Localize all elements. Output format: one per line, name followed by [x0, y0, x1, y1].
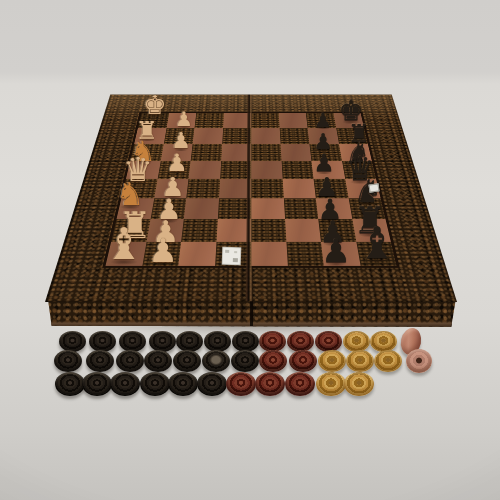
draughts-piece-maroon[interactable]	[287, 331, 314, 352]
board-square[interactable]	[251, 161, 282, 179]
lot-sticker-mark	[234, 251, 237, 253]
draughts-piece-black[interactable]	[232, 331, 259, 352]
board-square[interactable]	[178, 241, 216, 265]
draughts-piece-maroon[interactable]	[289, 350, 317, 372]
black-bishop[interactable]: ♝	[357, 221, 396, 265]
board-square[interactable]	[279, 128, 309, 144]
lot-sticker-mark	[233, 258, 238, 262]
draughts-piece-pinkhole[interactable]	[406, 349, 432, 373]
board-square[interactable]	[251, 144, 281, 161]
carved-box-front-face	[45, 301, 457, 329]
black-pawn[interactable]: ♟	[321, 234, 351, 267]
draughts-piece-maroon[interactable]	[315, 331, 342, 352]
board-square[interactable]	[251, 241, 287, 265]
carved-chess-box	[45, 95, 457, 302]
board-square[interactable]	[282, 179, 316, 198]
draughts-piece-black[interactable]	[144, 350, 172, 372]
board-square[interactable]	[280, 144, 311, 161]
draughts-piece-maroon[interactable]	[226, 372, 256, 396]
white-bishop[interactable]: ♝	[104, 222, 143, 266]
board-square[interactable]	[251, 198, 285, 219]
draughts-piece-black[interactable]	[86, 350, 114, 372]
board-square[interactable]	[181, 219, 217, 241]
lot-sticker	[222, 247, 242, 266]
draughts-piece-ochre[interactable]	[346, 350, 374, 372]
lot-sticker-mark	[225, 250, 229, 253]
draughts-piece-black[interactable]	[168, 372, 198, 396]
draughts-piece-black[interactable]	[59, 331, 86, 352]
draughts-piece-maroon[interactable]	[259, 350, 287, 372]
draughts-piece-ochre[interactable]	[344, 372, 374, 396]
draughts-piece-black[interactable]	[89, 331, 116, 352]
piece-label-sticker	[368, 183, 379, 192]
white-pawn[interactable]: ♟	[148, 234, 178, 267]
board-square[interactable]	[251, 128, 280, 144]
draughts-piece-ochre[interactable]	[343, 331, 370, 352]
draughts-piece-black[interactable]	[176, 331, 203, 352]
draughts-piece-black[interactable]	[110, 372, 140, 396]
board-square[interactable]	[278, 113, 307, 128]
draughts-piece-black[interactable]	[149, 331, 176, 352]
board-square[interactable]	[286, 241, 324, 265]
draughts-piece-ochre[interactable]	[370, 331, 397, 352]
board-square[interactable]	[281, 161, 313, 179]
draughts-piece-maroon[interactable]	[285, 372, 315, 396]
board-square[interactable]	[193, 128, 223, 144]
draughts-piece-maroon[interactable]	[259, 331, 286, 352]
white-pawn[interactable]: ♟	[175, 109, 193, 129]
board-square[interactable]	[191, 144, 222, 161]
draughts-piece-black[interactable]	[197, 372, 227, 396]
board-square[interactable]	[251, 179, 283, 198]
draughts-piece-blackfade[interactable]	[202, 350, 230, 372]
draughts-piece-black[interactable]	[231, 350, 259, 372]
board-square[interactable]	[186, 179, 220, 198]
draughts-piece-black[interactable]	[54, 350, 82, 372]
draughts-piece-black[interactable]	[173, 350, 201, 372]
board-square[interactable]	[184, 198, 219, 219]
draughts-piece-ochre[interactable]	[318, 350, 346, 372]
board-hinge-seam	[246, 95, 252, 302]
draughts-piece-black[interactable]	[140, 372, 170, 396]
draughts-piece-black[interactable]	[55, 372, 85, 396]
draughts-piece-black[interactable]	[82, 372, 112, 396]
board-square[interactable]	[251, 219, 286, 241]
draughts-piece-black[interactable]	[204, 331, 231, 352]
board-square[interactable]	[285, 219, 321, 241]
draughts-piece-ochre[interactable]	[374, 350, 402, 372]
board-square[interactable]	[283, 198, 318, 219]
draughts-piece-ochre[interactable]	[316, 372, 346, 396]
board-square[interactable]	[188, 161, 220, 179]
draughts-piece-black[interactable]	[116, 350, 144, 372]
draughts-piece-maroon[interactable]	[255, 372, 285, 396]
photo-backdrop: ♚♜♞♛♞♜♝♟♟♟♟♟♟♟♚♜♞♛♞♜♝♟♟♟♟♟♟♟	[0, 0, 500, 500]
board-square[interactable]	[251, 113, 279, 128]
black-pawn[interactable]: ♟	[314, 110, 332, 130]
front-hinge-seam	[250, 301, 253, 326]
white-king[interactable]: ♚	[143, 92, 166, 118]
draughts-piece-black[interactable]	[119, 331, 146, 352]
board-square[interactable]	[194, 113, 223, 128]
